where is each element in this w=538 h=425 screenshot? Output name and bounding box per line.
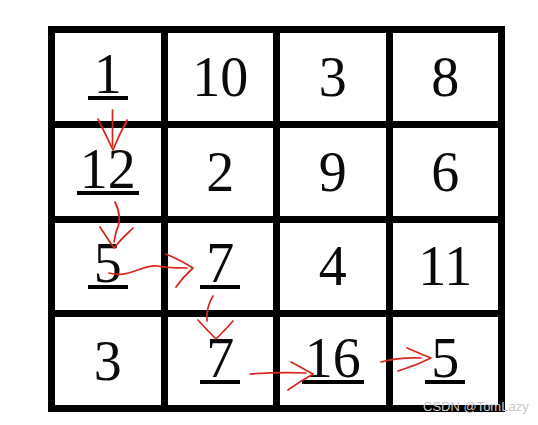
cell-value: 10 [189,57,251,97]
cell-value: 5 [425,338,465,384]
cell-r2c1: 12 [55,128,161,216]
cell-r4c3: 16 [280,317,386,405]
cell-r1c3: 3 [280,33,386,121]
cell-value: 8 [428,57,462,97]
cell-r3c2: 7 [168,223,274,311]
cell-value: 4 [316,246,350,286]
cell-r4c4: 5 [393,317,499,405]
cell-value: 7 [200,338,240,384]
cell-value: 3 [316,57,350,97]
cell-value: 6 [428,152,462,192]
cell-r3c1: 5 [55,223,161,311]
cell-r4c1: 3 [55,317,161,405]
cell-value: 5 [88,243,128,289]
cell-r4c2: 7 [168,317,274,405]
cell-value: 16 [302,338,364,384]
watermark: CSDN @TomLazy [423,399,529,414]
cell-value: 2 [203,152,237,192]
cell-value: 7 [200,243,240,289]
cell-r1c4: 8 [393,33,499,121]
cell-r2c3: 9 [280,128,386,216]
cell-value: 9 [316,152,350,192]
cell-r3c3: 4 [280,223,386,311]
cell-r1c2: 10 [168,33,274,121]
cell-r1c1: 1 [55,33,161,121]
cell-r2c2: 2 [168,128,274,216]
puzzle-grid: 1 10 3 8 12 2 9 6 5 7 4 11 3 7 16 5 [48,26,505,412]
cell-value: 3 [91,341,125,381]
cell-value: 12 [77,149,139,195]
cell-value: 11 [415,246,475,286]
cell-r2c4: 6 [393,128,499,216]
cell-value: 1 [88,54,128,100]
cell-r3c4: 11 [393,223,499,311]
